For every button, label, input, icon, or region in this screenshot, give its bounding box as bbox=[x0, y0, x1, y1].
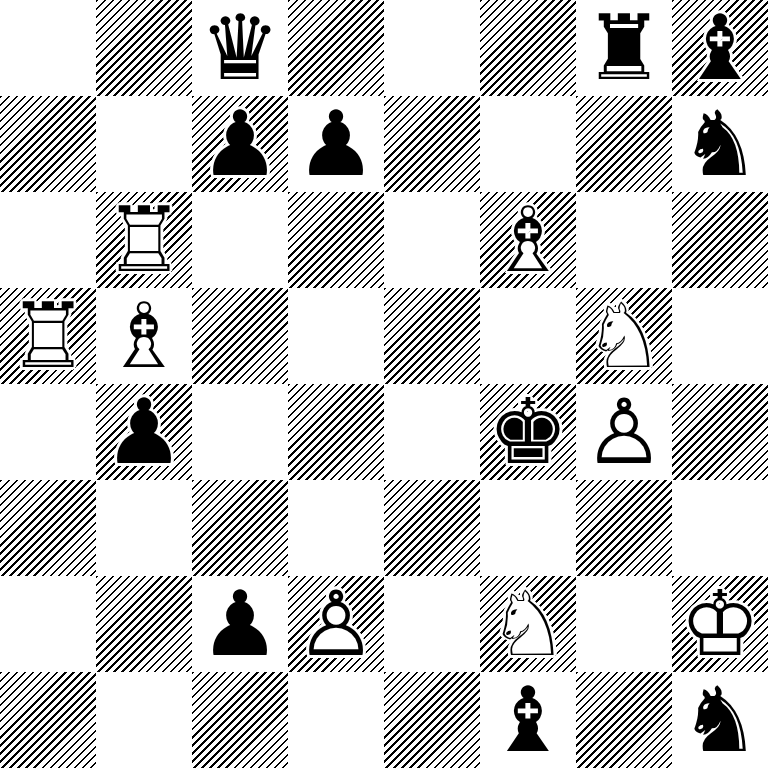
square-f6[interactable]: ♝♗ bbox=[480, 192, 576, 288]
square-f7[interactable] bbox=[480, 96, 576, 192]
square-d4[interactable] bbox=[288, 384, 384, 480]
square-e2[interactable] bbox=[384, 576, 480, 672]
white-pawn[interactable]: ♟♙ bbox=[576, 384, 672, 480]
square-h3[interactable] bbox=[672, 480, 768, 576]
square-d6[interactable] bbox=[288, 192, 384, 288]
square-b7[interactable] bbox=[96, 96, 192, 192]
square-h6[interactable] bbox=[672, 192, 768, 288]
square-a5[interactable]: ♜♖ bbox=[0, 288, 96, 384]
square-h2[interactable]: ♚♔ bbox=[672, 576, 768, 672]
square-e4[interactable] bbox=[384, 384, 480, 480]
square-a4[interactable] bbox=[0, 384, 96, 480]
square-e6[interactable] bbox=[384, 192, 480, 288]
square-g5[interactable]: ♞♘ bbox=[576, 288, 672, 384]
black-rook[interactable]: ♜ bbox=[576, 0, 672, 96]
square-b1[interactable] bbox=[96, 672, 192, 768]
square-e7[interactable] bbox=[384, 96, 480, 192]
square-c8[interactable]: ♛ bbox=[192, 0, 288, 96]
square-a7[interactable] bbox=[0, 96, 96, 192]
piece-glyph: ♝ bbox=[480, 672, 576, 768]
square-h8[interactable]: ♝ bbox=[672, 0, 768, 96]
square-h5[interactable] bbox=[672, 288, 768, 384]
piece-outline-layer: ♙ bbox=[576, 384, 672, 480]
piece-glyph: ♟ bbox=[96, 384, 192, 480]
square-c4[interactable] bbox=[192, 384, 288, 480]
square-b8[interactable] bbox=[96, 0, 192, 96]
square-h7[interactable]: ♞ bbox=[672, 96, 768, 192]
black-pawn[interactable]: ♟ bbox=[192, 576, 288, 672]
square-e3[interactable] bbox=[384, 480, 480, 576]
square-e1[interactable] bbox=[384, 672, 480, 768]
piece-outline-layer: ♗ bbox=[480, 192, 576, 288]
black-knight[interactable]: ♞ bbox=[672, 96, 768, 192]
square-g2[interactable] bbox=[576, 576, 672, 672]
piece-glyph: ♞ bbox=[672, 672, 768, 768]
black-knight[interactable]: ♞ bbox=[672, 672, 768, 768]
square-a2[interactable] bbox=[0, 576, 96, 672]
square-g6[interactable] bbox=[576, 192, 672, 288]
black-bishop[interactable]: ♝ bbox=[672, 0, 768, 96]
square-g8[interactable]: ♜ bbox=[576, 0, 672, 96]
square-b4[interactable]: ♟ bbox=[96, 384, 192, 480]
square-b5[interactable]: ♝♗ bbox=[96, 288, 192, 384]
white-knight[interactable]: ♞♘ bbox=[480, 576, 576, 672]
square-d5[interactable] bbox=[288, 288, 384, 384]
black-pawn[interactable]: ♟ bbox=[96, 384, 192, 480]
white-rook[interactable]: ♜♖ bbox=[96, 192, 192, 288]
piece-outline-layer: ♘ bbox=[576, 288, 672, 384]
piece-outline-layer: ♔ bbox=[672, 576, 768, 672]
piece-glyph: ♟ bbox=[192, 576, 288, 672]
white-bishop[interactable]: ♝♗ bbox=[96, 288, 192, 384]
black-pawn[interactable]: ♟ bbox=[192, 96, 288, 192]
square-a1[interactable] bbox=[0, 672, 96, 768]
piece-outline-layer: ♖ bbox=[0, 288, 96, 384]
square-b3[interactable] bbox=[96, 480, 192, 576]
piece-glyph: ♜ bbox=[576, 0, 672, 96]
square-g4[interactable]: ♟♙ bbox=[576, 384, 672, 480]
white-pawn[interactable]: ♟♙ bbox=[288, 576, 384, 672]
square-f3[interactable] bbox=[480, 480, 576, 576]
square-c5[interactable] bbox=[192, 288, 288, 384]
square-e5[interactable] bbox=[384, 288, 480, 384]
square-c1[interactable] bbox=[192, 672, 288, 768]
black-queen[interactable]: ♛ bbox=[192, 0, 288, 96]
square-g7[interactable] bbox=[576, 96, 672, 192]
square-d2[interactable]: ♟♙ bbox=[288, 576, 384, 672]
square-c3[interactable] bbox=[192, 480, 288, 576]
piece-glyph: ♚ bbox=[480, 384, 576, 480]
chess-board: ♛♜♝♟♟♞♜♖♝♗♜♖♝♗♞♘♟♚♟♙♟♟♙♞♘♚♔♝♞ bbox=[0, 0, 768, 768]
square-f4[interactable]: ♚ bbox=[480, 384, 576, 480]
square-a8[interactable] bbox=[0, 0, 96, 96]
black-king[interactable]: ♚ bbox=[480, 384, 576, 480]
square-d3[interactable] bbox=[288, 480, 384, 576]
piece-glyph: ♛ bbox=[192, 0, 288, 96]
square-a6[interactable] bbox=[0, 192, 96, 288]
piece-outline-layer: ♘ bbox=[480, 576, 576, 672]
square-d1[interactable] bbox=[288, 672, 384, 768]
square-f8[interactable] bbox=[480, 0, 576, 96]
square-d7[interactable]: ♟ bbox=[288, 96, 384, 192]
piece-glyph: ♟ bbox=[288, 96, 384, 192]
piece-outline-layer: ♖ bbox=[96, 192, 192, 288]
square-f5[interactable] bbox=[480, 288, 576, 384]
black-pawn[interactable]: ♟ bbox=[288, 96, 384, 192]
piece-outline-layer: ♙ bbox=[288, 576, 384, 672]
square-f2[interactable]: ♞♘ bbox=[480, 576, 576, 672]
piece-outline-layer: ♗ bbox=[96, 288, 192, 384]
white-king[interactable]: ♚♔ bbox=[672, 576, 768, 672]
square-g1[interactable] bbox=[576, 672, 672, 768]
square-c7[interactable]: ♟ bbox=[192, 96, 288, 192]
square-g3[interactable] bbox=[576, 480, 672, 576]
piece-glyph: ♟ bbox=[192, 96, 288, 192]
square-b6[interactable]: ♜♖ bbox=[96, 192, 192, 288]
square-h4[interactable] bbox=[672, 384, 768, 480]
square-e8[interactable] bbox=[384, 0, 480, 96]
square-a3[interactable] bbox=[0, 480, 96, 576]
white-bishop[interactable]: ♝♗ bbox=[480, 192, 576, 288]
square-c6[interactable] bbox=[192, 192, 288, 288]
black-bishop[interactable]: ♝ bbox=[480, 672, 576, 768]
square-f1[interactable]: ♝ bbox=[480, 672, 576, 768]
square-c2[interactable]: ♟ bbox=[192, 576, 288, 672]
square-b2[interactable] bbox=[96, 576, 192, 672]
piece-glyph: ♝ bbox=[672, 0, 768, 96]
square-d8[interactable] bbox=[288, 0, 384, 96]
white-knight[interactable]: ♞♘ bbox=[576, 288, 672, 384]
piece-glyph: ♞ bbox=[672, 96, 768, 192]
square-h1[interactable]: ♞ bbox=[672, 672, 768, 768]
white-rook[interactable]: ♜♖ bbox=[0, 288, 96, 384]
